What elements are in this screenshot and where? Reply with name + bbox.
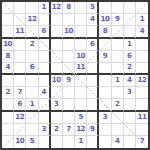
cell-r9c8[interactable] <box>87 99 99 111</box>
cell-r3c7[interactable] <box>75 26 87 38</box>
cell-r5c1: 8 <box>2 51 14 63</box>
cell-r5c3[interactable] <box>26 51 38 63</box>
cell-r3c2: 11 <box>14 26 26 38</box>
cell-r3c1[interactable] <box>2 26 14 38</box>
cell-r4c12[interactable] <box>136 39 148 51</box>
cell-r12c1[interactable] <box>2 136 14 148</box>
cell-r10c4[interactable] <box>39 112 51 124</box>
cell-r9c12[interactable] <box>136 99 148 111</box>
cell-r2c10: 9 <box>112 14 124 26</box>
cell-r11c5: 2 <box>51 124 63 136</box>
cell-r8c10[interactable] <box>112 87 124 99</box>
cell-r6c11: 2 <box>124 63 136 75</box>
cell-r6c3: 6 <box>26 63 38 75</box>
cell-r11c4: 3 <box>39 124 51 136</box>
cell-r11c1[interactable] <box>2 124 14 136</box>
cell-r9c9[interactable] <box>99 99 111 111</box>
cell-r10c8[interactable] <box>87 112 99 124</box>
cell-r11c6: 7 <box>63 124 75 136</box>
cell-r5c7: 10 <box>75 51 87 63</box>
cell-r9c1[interactable] <box>2 99 14 111</box>
cell-r6c9[interactable] <box>99 63 111 75</box>
cell-r12c2: 10 <box>14 136 26 148</box>
cell-r7c10: 1 <box>112 75 124 87</box>
cell-r8c5[interactable] <box>51 87 63 99</box>
cell-r1c10[interactable] <box>112 2 124 14</box>
cell-r5c10[interactable] <box>112 51 124 63</box>
cell-r5c11: 6 <box>124 51 136 63</box>
cell-r3c5[interactable] <box>51 26 63 38</box>
cell-r2c4[interactable] <box>39 14 51 26</box>
cell-r7c8[interactable] <box>87 75 99 87</box>
cell-r11c10[interactable] <box>112 124 124 136</box>
cell-r6c1: 4 <box>2 63 14 75</box>
cell-r4c8: 6 <box>87 39 99 51</box>
cell-r5c2[interactable] <box>14 51 26 63</box>
cell-r12c12: 7 <box>136 136 148 148</box>
cell-r11c8: 9 <box>87 124 99 136</box>
cell-r7c7[interactable] <box>75 75 87 87</box>
cell-r12c9[interactable] <box>99 136 111 148</box>
cell-r3c8[interactable] <box>87 26 99 38</box>
cell-r12c8[interactable] <box>87 136 99 148</box>
cell-r7c4[interactable] <box>39 75 51 87</box>
cell-r4c11: 1 <box>124 39 136 51</box>
cell-r11c9[interactable] <box>99 124 111 136</box>
cell-r10c12: 11 <box>136 112 148 124</box>
cell-r8c2: 7 <box>14 87 26 99</box>
cell-r7c2[interactable] <box>14 75 26 87</box>
cell-r7c1[interactable] <box>2 75 14 87</box>
cell-r4c5[interactable] <box>51 39 63 51</box>
cell-r6c8[interactable] <box>87 63 99 75</box>
cell-r1c9[interactable] <box>99 2 111 14</box>
cell-r6c10[interactable] <box>112 63 124 75</box>
cell-r3c6: 10 <box>63 26 75 38</box>
cell-r1c3[interactable] <box>26 2 38 14</box>
cell-r10c1[interactable] <box>2 112 14 124</box>
cell-r10c2: 12 <box>14 112 26 124</box>
cell-r1c7[interactable] <box>75 2 87 14</box>
cell-r5c12[interactable] <box>136 51 148 63</box>
cell-r8c9[interactable] <box>99 87 111 99</box>
cell-r12c6[interactable] <box>63 136 75 148</box>
cell-r3c10[interactable] <box>112 26 124 38</box>
cell-r1c4: 1 <box>39 2 51 14</box>
cell-r12c10: 4 <box>112 136 124 148</box>
cell-r9c3: 1 <box>26 99 38 111</box>
cell-r10c5[interactable] <box>51 112 63 124</box>
cell-r4c7[interactable] <box>75 39 87 51</box>
cell-r12c3: 5 <box>26 136 38 148</box>
cell-r7c12: 12 <box>136 75 148 87</box>
cell-r9c10: 2 <box>112 99 124 111</box>
cell-r8c1: 2 <box>2 87 14 99</box>
cell-r5c4[interactable] <box>39 51 51 63</box>
cell-r11c3[interactable] <box>26 124 38 136</box>
cell-r7c5: 10 <box>51 75 63 87</box>
cell-r8c6[interactable] <box>63 87 75 99</box>
cell-r4c6[interactable] <box>63 39 75 51</box>
cell-r1c6: 8 <box>63 2 75 14</box>
cell-r9c5: 3 <box>51 99 63 111</box>
cell-r8c7[interactable] <box>75 87 87 99</box>
cell-r4c3: 2 <box>26 39 38 51</box>
cell-r6c7: 11 <box>75 63 87 75</box>
cell-r2c12: 1 <box>136 14 148 26</box>
cell-r2c5[interactable] <box>51 14 63 26</box>
cell-r6c5[interactable] <box>51 63 63 75</box>
cell-r3c11[interactable] <box>124 26 136 38</box>
cell-r9c2: 6 <box>14 99 26 111</box>
cell-r1c2[interactable] <box>14 2 26 14</box>
cell-r3c9: 8 <box>99 26 111 38</box>
cell-r12c11[interactable] <box>124 136 136 148</box>
cell-r1c1[interactable] <box>2 2 14 14</box>
cell-r2c8: 4 <box>87 14 99 26</box>
cell-r12c4[interactable] <box>39 136 51 148</box>
cell-r11c7: 12 <box>75 124 87 136</box>
cell-r10c7: 5 <box>75 112 87 124</box>
cell-r3c4: 6 <box>39 26 51 38</box>
cell-r6c2[interactable] <box>14 63 26 75</box>
cell-r10c11[interactable] <box>124 112 136 124</box>
cell-r2c3: 12 <box>26 14 38 26</box>
cell-r7c9[interactable] <box>99 75 111 87</box>
cell-r3c12: 4 <box>136 26 148 38</box>
cell-r5c6[interactable] <box>63 51 75 63</box>
cell-r4c2[interactable] <box>14 39 26 51</box>
cell-r7c6: 9 <box>63 75 75 87</box>
cell-r1c12[interactable] <box>136 2 148 14</box>
cell-r2c7[interactable] <box>75 14 87 26</box>
cell-r12c5[interactable] <box>51 136 63 148</box>
cell-r9c11[interactable] <box>124 99 136 111</box>
cell-r1c8: 5 <box>87 2 99 14</box>
cell-r10c3[interactable] <box>26 112 38 124</box>
cell-r6c4[interactable] <box>39 63 51 75</box>
cell-r10c10[interactable] <box>112 112 124 124</box>
cell-r5c9: 9 <box>99 51 111 63</box>
cell-r2c2[interactable] <box>14 14 26 26</box>
cell-r8c11: 3 <box>124 87 136 99</box>
cell-r11c11[interactable] <box>124 124 136 136</box>
cell-r6c12[interactable] <box>136 63 148 75</box>
cell-r4c4[interactable] <box>39 39 51 51</box>
cell-r5c8[interactable] <box>87 51 99 63</box>
cell-r2c9: 10 <box>99 14 111 26</box>
cell-r11c2[interactable] <box>14 124 26 136</box>
cell-r7c11: 4 <box>124 75 136 87</box>
cell-r4c10[interactable] <box>112 39 124 51</box>
sudoku-board: 1128512410911161084102618109646112109141… <box>0 0 150 150</box>
cell-r11c12[interactable] <box>136 124 148 136</box>
cell-r9c4[interactable] <box>39 99 51 111</box>
cell-r10c9: 3 <box>99 112 111 124</box>
cell-r2c11[interactable] <box>124 14 136 26</box>
cell-r4c1: 10 <box>2 39 14 51</box>
cell-r8c4: 4 <box>39 87 51 99</box>
cell-r9c6[interactable] <box>63 99 75 111</box>
cell-r8c8[interactable] <box>87 87 99 99</box>
cell-r10c6[interactable] <box>63 112 75 124</box>
cell-r6c6[interactable] <box>63 63 75 75</box>
cell-r8c12[interactable] <box>136 87 148 99</box>
cell-r1c11[interactable] <box>124 2 136 14</box>
cell-r12c7: 1 <box>75 136 87 148</box>
cell-r3c3[interactable] <box>26 26 38 38</box>
cell-r2c1[interactable] <box>2 14 14 26</box>
cell-r7c3[interactable] <box>26 75 38 87</box>
cell-r2c6[interactable] <box>63 14 75 26</box>
cell-r1c5: 12 <box>51 2 63 14</box>
cell-r4c9[interactable] <box>99 39 111 51</box>
cell-r8c3[interactable] <box>26 87 38 99</box>
cell-r9c7[interactable] <box>75 99 87 111</box>
cell-r5c5[interactable] <box>51 51 63 63</box>
